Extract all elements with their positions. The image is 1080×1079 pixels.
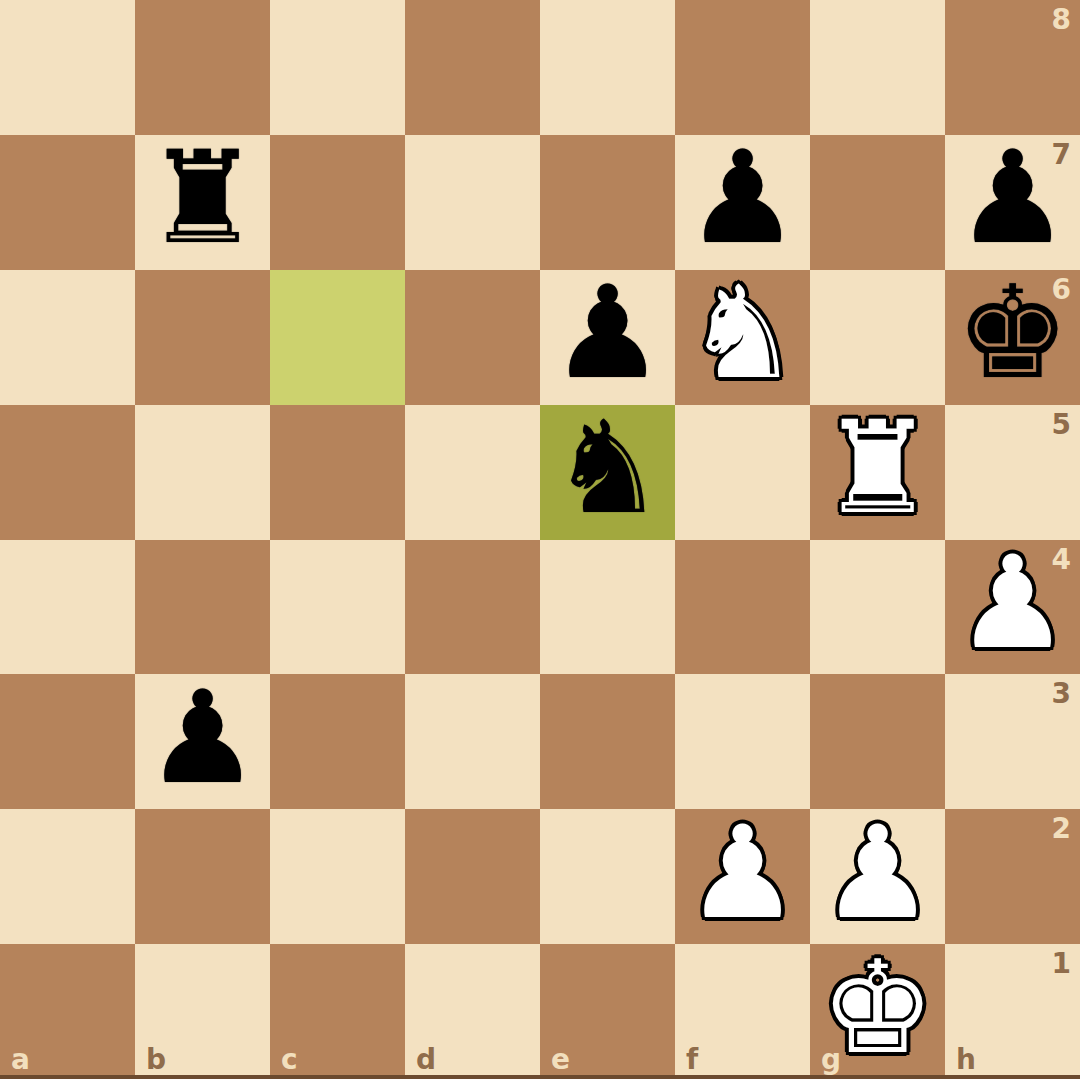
square-e3[interactable]: [540, 674, 675, 809]
square-h1[interactable]: 1h: [945, 944, 1080, 1079]
square-b6[interactable]: [135, 270, 270, 405]
file-label-a: a: [11, 1046, 30, 1074]
rank-label-2: 2: [1052, 815, 1071, 843]
square-a7[interactable]: [0, 135, 135, 270]
square-f8[interactable]: [675, 0, 810, 135]
square-b7[interactable]: ♜: [135, 135, 270, 270]
square-e2[interactable]: [540, 809, 675, 944]
file-label-c: c: [281, 1046, 298, 1074]
square-e5[interactable]: ♞: [540, 405, 675, 540]
square-c6[interactable]: [270, 270, 405, 405]
square-a6[interactable]: [0, 270, 135, 405]
piece-white-pawn[interactable]: ♟: [955, 539, 1070, 667]
file-label-h: h: [956, 1046, 976, 1074]
piece-black-pawn[interactable]: ♟: [685, 134, 800, 262]
square-a1[interactable]: a: [0, 944, 135, 1079]
square-b5[interactable]: [135, 405, 270, 540]
square-e7[interactable]: [540, 135, 675, 270]
square-h3[interactable]: 3: [945, 674, 1080, 809]
square-g6[interactable]: [810, 270, 945, 405]
piece-black-pawn[interactable]: ♟: [955, 134, 1070, 262]
square-b1[interactable]: b: [135, 944, 270, 1079]
rank-label-3: 3: [1052, 680, 1071, 708]
square-c1[interactable]: c: [270, 944, 405, 1079]
square-f5[interactable]: [675, 405, 810, 540]
piece-black-knight[interactable]: ♞: [550, 404, 665, 532]
square-d7[interactable]: [405, 135, 540, 270]
square-a3[interactable]: [0, 674, 135, 809]
square-c4[interactable]: [270, 540, 405, 675]
piece-white-king[interactable]: ♚: [820, 944, 935, 1072]
square-e4[interactable]: [540, 540, 675, 675]
square-g3[interactable]: [810, 674, 945, 809]
square-g8[interactable]: [810, 0, 945, 135]
square-f7[interactable]: ♟: [675, 135, 810, 270]
square-h5[interactable]: 5: [945, 405, 1080, 540]
square-f3[interactable]: [675, 674, 810, 809]
square-d3[interactable]: [405, 674, 540, 809]
square-f2[interactable]: ♟: [675, 809, 810, 944]
file-label-d: d: [416, 1046, 436, 1074]
piece-white-pawn[interactable]: ♟: [820, 809, 935, 937]
piece-black-pawn[interactable]: ♟: [550, 269, 665, 397]
square-g7[interactable]: [810, 135, 945, 270]
rank-label-8: 8: [1052, 6, 1071, 34]
square-e1[interactable]: e: [540, 944, 675, 1079]
chess-board-wrap: 8♜♟7♟♟♞6♚♞♜54♟♟3♟♟2abcdefg♚1h: [0, 0, 1080, 1079]
square-b3[interactable]: ♟: [135, 674, 270, 809]
file-label-f: f: [686, 1046, 698, 1074]
square-h7[interactable]: 7♟: [945, 135, 1080, 270]
square-g1[interactable]: g♚: [810, 944, 945, 1079]
square-a4[interactable]: [0, 540, 135, 675]
square-d5[interactable]: [405, 405, 540, 540]
piece-black-king[interactable]: ♚: [955, 269, 1070, 397]
piece-white-knight[interactable]: ♞: [685, 269, 800, 397]
square-c3[interactable]: [270, 674, 405, 809]
piece-black-pawn[interactable]: ♟: [145, 674, 260, 802]
square-h6[interactable]: 6♚: [945, 270, 1080, 405]
square-c8[interactable]: [270, 0, 405, 135]
square-g2[interactable]: ♟: [810, 809, 945, 944]
square-f4[interactable]: [675, 540, 810, 675]
rank-label-5: 5: [1052, 411, 1071, 439]
square-f1[interactable]: f: [675, 944, 810, 1079]
square-d8[interactable]: [405, 0, 540, 135]
square-c2[interactable]: [270, 809, 405, 944]
square-d6[interactable]: [405, 270, 540, 405]
square-h2[interactable]: 2: [945, 809, 1080, 944]
rank-label-1: 1: [1052, 950, 1071, 978]
piece-white-pawn[interactable]: ♟: [685, 809, 800, 937]
square-a8[interactable]: [0, 0, 135, 135]
file-label-e: e: [551, 1046, 570, 1074]
chess-board: 8♜♟7♟♟♞6♚♞♜54♟♟3♟♟2abcdefg♚1h: [0, 0, 1080, 1079]
square-d1[interactable]: d: [405, 944, 540, 1079]
square-d2[interactable]: [405, 809, 540, 944]
piece-black-rook[interactable]: ♜: [145, 134, 260, 262]
square-a2[interactable]: [0, 809, 135, 944]
square-f6[interactable]: ♞: [675, 270, 810, 405]
square-c5[interactable]: [270, 405, 405, 540]
square-h4[interactable]: 4♟: [945, 540, 1080, 675]
square-b8[interactable]: [135, 0, 270, 135]
square-e6[interactable]: ♟: [540, 270, 675, 405]
square-a5[interactable]: [0, 405, 135, 540]
square-c7[interactable]: [270, 135, 405, 270]
square-b2[interactable]: [135, 809, 270, 944]
square-g5[interactable]: ♜: [810, 405, 945, 540]
square-b4[interactable]: [135, 540, 270, 675]
piece-white-rook[interactable]: ♜: [820, 404, 935, 532]
square-h8[interactable]: 8: [945, 0, 1080, 135]
file-label-b: b: [146, 1046, 166, 1074]
square-d4[interactable]: [405, 540, 540, 675]
square-g4[interactable]: [810, 540, 945, 675]
square-e8[interactable]: [540, 0, 675, 135]
